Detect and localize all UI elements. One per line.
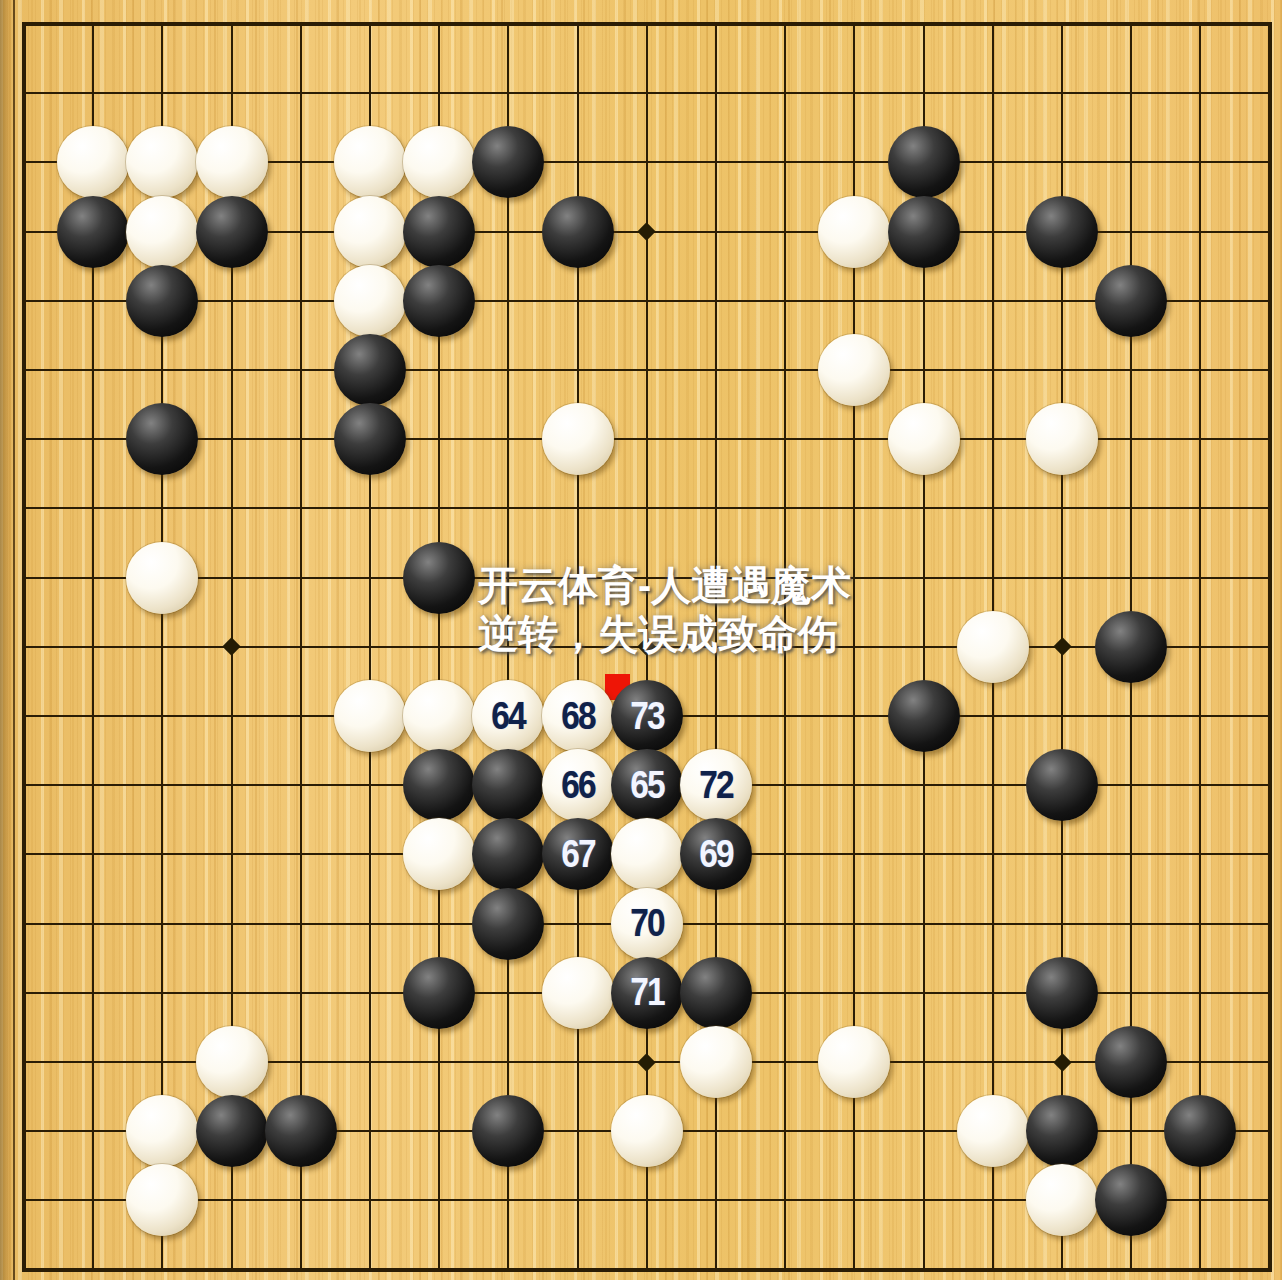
black-stone <box>888 126 960 198</box>
black-stone <box>1026 749 1098 821</box>
black-stone <box>1095 611 1167 683</box>
star-point <box>1053 638 1071 656</box>
white-stone <box>196 126 268 198</box>
white-stone: 70 <box>611 888 683 960</box>
black-stone <box>403 957 475 1029</box>
move-number: 70 <box>615 888 678 960</box>
white-stone <box>334 680 406 752</box>
white-stone <box>611 818 683 890</box>
white-stone: 66 <box>542 749 614 821</box>
move-number: 67 <box>546 818 609 890</box>
black-stone <box>1026 196 1098 268</box>
black-stone: 67 <box>542 818 614 890</box>
star-point <box>638 222 656 240</box>
black-stone: 65 <box>611 749 683 821</box>
black-stone <box>1026 1095 1098 1167</box>
black-stone <box>126 265 198 337</box>
black-stone <box>265 1095 337 1167</box>
move-number: 64 <box>477 680 540 752</box>
black-stone <box>472 126 544 198</box>
white-stone <box>196 1026 268 1098</box>
star-point <box>1053 1053 1071 1071</box>
black-stone <box>1095 1026 1167 1098</box>
white-stone <box>957 611 1029 683</box>
white-stone <box>334 126 406 198</box>
black-stone <box>334 334 406 406</box>
white-stone <box>1026 403 1098 475</box>
white-stone: 68 <box>542 680 614 752</box>
caption-overlay: 开云体育-人遭遇魔术 逆转，失误成致命伤 <box>478 561 851 659</box>
black-stone: 73 <box>611 680 683 752</box>
move-number: 71 <box>615 957 678 1029</box>
black-stone <box>472 1095 544 1167</box>
black-stone <box>334 403 406 475</box>
white-stone <box>680 1026 752 1098</box>
black-stone <box>126 403 198 475</box>
grid-line-vertical <box>1268 22 1272 1272</box>
black-stone: 69 <box>680 818 752 890</box>
move-number: 69 <box>684 818 747 890</box>
black-stone <box>1164 1095 1236 1167</box>
white-stone <box>611 1095 683 1167</box>
white-stone: 64 <box>472 680 544 752</box>
move-number: 73 <box>615 680 678 752</box>
white-stone <box>126 542 198 614</box>
black-stone <box>542 196 614 268</box>
black-stone <box>472 888 544 960</box>
board-left-edge <box>0 0 15 1280</box>
white-stone <box>542 957 614 1029</box>
go-board[interactable]: 64687366657267697071 开云体育-人遭遇魔术 逆转，失误成致命… <box>0 0 1282 1280</box>
white-stone <box>818 334 890 406</box>
move-number: 68 <box>546 680 609 752</box>
black-stone <box>196 1095 268 1167</box>
caption-line-1: 开云体育-人遭遇魔术 <box>478 561 851 610</box>
white-stone <box>957 1095 1029 1167</box>
black-stone <box>1095 265 1167 337</box>
black-stone <box>1095 1164 1167 1236</box>
white-stone <box>126 126 198 198</box>
move-number: 65 <box>615 749 678 821</box>
black-stone <box>888 680 960 752</box>
star-point <box>222 638 240 656</box>
white-stone <box>334 196 406 268</box>
grid-line-vertical <box>1199 22 1201 1272</box>
white-stone <box>334 265 406 337</box>
black-stone <box>403 542 475 614</box>
white-stone <box>1026 1164 1098 1236</box>
white-stone <box>126 196 198 268</box>
grid-line-horizontal <box>22 1268 1272 1272</box>
black-stone: 71 <box>611 957 683 1029</box>
black-stone <box>472 749 544 821</box>
caption-line-2: 逆转，失误成致命伤 <box>478 610 851 659</box>
white-stone <box>403 126 475 198</box>
white-stone <box>126 1164 198 1236</box>
black-stone <box>403 749 475 821</box>
black-stone <box>403 196 475 268</box>
black-stone <box>196 196 268 268</box>
white-stone: 72 <box>680 749 752 821</box>
black-stone <box>57 196 129 268</box>
white-stone <box>888 403 960 475</box>
black-stone <box>888 196 960 268</box>
white-stone <box>403 818 475 890</box>
move-number: 66 <box>546 749 609 821</box>
black-stone <box>403 265 475 337</box>
white-stone <box>818 1026 890 1098</box>
black-stone <box>680 957 752 1029</box>
black-stone <box>472 818 544 890</box>
white-stone <box>818 196 890 268</box>
white-stone <box>57 126 129 198</box>
white-stone <box>403 680 475 752</box>
white-stone <box>542 403 614 475</box>
move-number: 72 <box>684 749 747 821</box>
star-point <box>638 1053 656 1071</box>
white-stone <box>126 1095 198 1167</box>
black-stone <box>1026 957 1098 1029</box>
